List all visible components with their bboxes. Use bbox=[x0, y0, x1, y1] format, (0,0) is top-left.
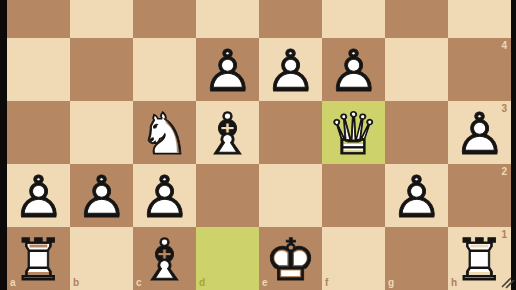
square-a5[interactable] bbox=[7, 0, 70, 38]
square-f4[interactable]: ♟♙ bbox=[322, 38, 385, 101]
white-king[interactable]: ♚♔ bbox=[259, 227, 322, 290]
square-e2[interactable] bbox=[259, 164, 322, 227]
square-c4[interactable] bbox=[133, 38, 196, 101]
square-e4[interactable]: ♟♙ bbox=[259, 38, 322, 101]
rank-label-4: 4 bbox=[501, 41, 507, 51]
chess-board: ♟♙♟♙♟♙4♞♘♝♗♛♕3♟♙♟♙♟♙♟♙♟♙2a♜♖bc♝♗de♚♔fgh1… bbox=[7, 0, 511, 290]
square-e5[interactable] bbox=[259, 0, 322, 38]
white-knight[interactable]: ♞♘ bbox=[133, 101, 196, 164]
square-a4[interactable] bbox=[7, 38, 70, 101]
white-pawn[interactable]: ♟♙ bbox=[7, 164, 70, 227]
white-pawn[interactable]: ♟♙ bbox=[70, 164, 133, 227]
white-pawn-outline: ♙ bbox=[385, 164, 448, 227]
white-pawn[interactable]: ♟♙ bbox=[322, 38, 385, 101]
white-bishop[interactable]: ♝♗ bbox=[133, 227, 196, 290]
white-pawn[interactable]: ♟♙ bbox=[448, 101, 511, 164]
white-pawn-outline: ♙ bbox=[448, 101, 511, 164]
board-resize-handle-icon[interactable] bbox=[501, 276, 515, 289]
square-d3[interactable]: ♝♗ bbox=[196, 101, 259, 164]
square-e3[interactable] bbox=[259, 101, 322, 164]
white-pawn-outline: ♙ bbox=[259, 38, 322, 101]
square-c3[interactable]: ♞♘ bbox=[133, 101, 196, 164]
square-g2[interactable]: ♟♙ bbox=[385, 164, 448, 227]
white-pawn-outline: ♙ bbox=[133, 164, 196, 227]
square-h4[interactable]: 4 bbox=[448, 38, 511, 101]
square-f3[interactable]: ♛♕ bbox=[322, 101, 385, 164]
square-d1[interactable]: d bbox=[196, 227, 259, 290]
file-label-f: f bbox=[325, 278, 328, 288]
white-rook-outline: ♖ bbox=[7, 227, 70, 290]
square-c1[interactable]: c♝♗ bbox=[133, 227, 196, 290]
white-queen[interactable]: ♛♕ bbox=[322, 101, 385, 164]
square-f5[interactable] bbox=[322, 0, 385, 38]
square-b4[interactable] bbox=[70, 38, 133, 101]
square-h5[interactable] bbox=[448, 0, 511, 38]
white-bishop-outline: ♗ bbox=[133, 227, 196, 290]
square-b1[interactable]: b bbox=[70, 227, 133, 290]
square-b5[interactable] bbox=[70, 0, 133, 38]
file-label-b: b bbox=[73, 278, 79, 288]
square-d5[interactable] bbox=[196, 0, 259, 38]
white-queen-outline: ♕ bbox=[322, 101, 385, 164]
square-g1[interactable]: g bbox=[385, 227, 448, 290]
white-pawn[interactable]: ♟♙ bbox=[259, 38, 322, 101]
square-h3[interactable]: 3♟♙ bbox=[448, 101, 511, 164]
square-b2[interactable]: ♟♙ bbox=[70, 164, 133, 227]
square-b3[interactable] bbox=[70, 101, 133, 164]
white-pawn-outline: ♙ bbox=[322, 38, 385, 101]
square-f2[interactable] bbox=[322, 164, 385, 227]
square-a2[interactable]: ♟♙ bbox=[7, 164, 70, 227]
white-pawn-outline: ♙ bbox=[196, 38, 259, 101]
square-h2[interactable]: 2 bbox=[448, 164, 511, 227]
square-a3[interactable] bbox=[7, 101, 70, 164]
white-pawn[interactable]: ♟♙ bbox=[133, 164, 196, 227]
square-g4[interactable] bbox=[385, 38, 448, 101]
white-knight-outline: ♘ bbox=[133, 101, 196, 164]
white-bishop-outline: ♗ bbox=[196, 101, 259, 164]
square-c2[interactable]: ♟♙ bbox=[133, 164, 196, 227]
white-pawn-outline: ♙ bbox=[70, 164, 133, 227]
square-e1[interactable]: e♚♔ bbox=[259, 227, 322, 290]
chess-board-stage: ♟♙♟♙♟♙4♞♘♝♗♛♕3♟♙♟♙♟♙♟♙♟♙2a♜♖bc♝♗de♚♔fgh1… bbox=[0, 0, 516, 290]
white-bishop[interactable]: ♝♗ bbox=[196, 101, 259, 164]
white-pawn[interactable]: ♟♙ bbox=[385, 164, 448, 227]
square-c5[interactable] bbox=[133, 0, 196, 38]
square-d4[interactable]: ♟♙ bbox=[196, 38, 259, 101]
file-label-d: d bbox=[199, 278, 205, 288]
white-pawn[interactable]: ♟♙ bbox=[196, 38, 259, 101]
square-g5[interactable] bbox=[385, 0, 448, 38]
rank-label-2: 2 bbox=[501, 167, 507, 177]
square-g3[interactable] bbox=[385, 101, 448, 164]
white-pawn-outline: ♙ bbox=[7, 164, 70, 227]
square-f1[interactable]: f bbox=[322, 227, 385, 290]
file-label-g: g bbox=[388, 278, 394, 288]
white-rook[interactable]: ♜♖ bbox=[7, 227, 70, 290]
white-king-outline: ♔ bbox=[259, 227, 322, 290]
square-a1[interactable]: a♜♖ bbox=[7, 227, 70, 290]
square-d2[interactable] bbox=[196, 164, 259, 227]
